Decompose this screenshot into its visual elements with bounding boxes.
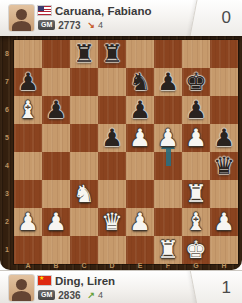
piece-black-pawn: ♟ bbox=[154, 68, 182, 96]
piece-black-queen: ♛ bbox=[210, 152, 238, 180]
square-h7 bbox=[210, 68, 238, 96]
square-h3 bbox=[210, 180, 238, 208]
file-label: B bbox=[42, 263, 70, 270]
piece-white-knight: ♞ bbox=[70, 180, 98, 208]
square-d3 bbox=[98, 180, 126, 208]
square-e5: ♟ bbox=[126, 124, 154, 152]
square-h1 bbox=[210, 236, 238, 264]
piece-white-bishop: ♝ bbox=[14, 96, 42, 124]
piece-white-king: ♚ bbox=[182, 236, 210, 264]
player-bar-bottom[interactable]: ★ Ding, Liren GM 2836 ↗ 4 1 bbox=[0, 270, 242, 303]
square-g1: ♚ bbox=[182, 236, 210, 264]
square-h6 bbox=[210, 96, 238, 124]
piece-white-pawn: ♟ bbox=[154, 124, 182, 152]
rank-label: 3 bbox=[0, 180, 14, 208]
square-d6 bbox=[98, 96, 126, 124]
piece-white-rook: ♜ bbox=[182, 180, 210, 208]
square-b4 bbox=[42, 152, 70, 180]
rank-labels: 87654321 bbox=[0, 40, 14, 264]
rating-change: 4 bbox=[98, 20, 103, 30]
square-e2: ♟ bbox=[126, 208, 154, 236]
flag-canton bbox=[38, 6, 44, 11]
square-g7: ♚ bbox=[182, 68, 210, 96]
square-f1: ♜ bbox=[154, 236, 182, 264]
player-info: Caruana, Fabiano GM 2773 ↘ 4 bbox=[38, 3, 152, 31]
piece-white-queen: ♛ bbox=[98, 208, 126, 236]
player-score: 1 bbox=[222, 278, 231, 298]
score-panel bbox=[189, 0, 242, 37]
file-label: G bbox=[182, 263, 210, 270]
square-b2: ♟ bbox=[42, 208, 70, 236]
piece-white-pawn: ♟ bbox=[42, 208, 70, 236]
piece-black-pawn: ♟ bbox=[210, 124, 238, 152]
square-c4 bbox=[70, 152, 98, 180]
square-d8: ♜ bbox=[98, 40, 126, 68]
piece-black-pawn: ♟ bbox=[182, 96, 210, 124]
square-g3: ♜ bbox=[182, 180, 210, 208]
piece-white-pawn: ♟ bbox=[126, 124, 154, 152]
player-name: Ding, Liren bbox=[55, 275, 115, 287]
piece-white-pawn: ♟ bbox=[14, 208, 42, 236]
square-d5: ♟ bbox=[98, 124, 126, 152]
file-label: A bbox=[14, 263, 42, 270]
rank-label: 8 bbox=[0, 40, 14, 68]
rating-trend-icon: ↘ bbox=[88, 20, 96, 30]
chess-board: ♜♜♟♞♟♚♝♟♟♟♟♟♟♟♟♛♞♜♟♟♛♟♝♟♜♚ bbox=[14, 40, 238, 264]
square-e8 bbox=[126, 40, 154, 68]
rating-trend-icon: ↗ bbox=[88, 290, 96, 300]
player-info: ★ Ding, Liren GM 2836 ↗ 4 bbox=[38, 273, 115, 301]
rank-label: 1 bbox=[0, 236, 14, 264]
square-c3: ♞ bbox=[70, 180, 98, 208]
square-c2 bbox=[70, 208, 98, 236]
piece-black-rook: ♜ bbox=[70, 40, 98, 68]
square-e6: ♟ bbox=[126, 96, 154, 124]
file-label: C bbox=[70, 263, 98, 270]
china-flag-icon: ★ bbox=[38, 276, 51, 285]
us-flag-icon bbox=[38, 6, 51, 15]
square-e3 bbox=[126, 180, 154, 208]
square-c5 bbox=[70, 124, 98, 152]
flag-star: ★ bbox=[39, 276, 44, 281]
player-avatar bbox=[8, 4, 35, 32]
square-h2: ♟ bbox=[210, 208, 238, 236]
square-c6 bbox=[70, 96, 98, 124]
square-g8 bbox=[182, 40, 210, 68]
title-badge: GM bbox=[38, 20, 55, 30]
score-panel bbox=[189, 270, 242, 303]
piece-white-bishop: ♝ bbox=[182, 208, 210, 236]
square-e7: ♞ bbox=[126, 68, 154, 96]
piece-black-knight: ♞ bbox=[126, 68, 154, 96]
rank-label: 6 bbox=[0, 96, 14, 124]
piece-white-pawn: ♟ bbox=[182, 124, 210, 152]
board-frame: 87654321 ♜♜♟♞♟♚♝♟♟♟♟♟♟♟♟♛♞♜♟♟♛♟♝♟♜♚ ABCD… bbox=[0, 36, 242, 270]
square-h8 bbox=[210, 40, 238, 68]
piece-black-pawn: ♟ bbox=[98, 124, 126, 152]
square-b7 bbox=[42, 68, 70, 96]
rating-change: 4 bbox=[98, 290, 103, 300]
square-h4: ♛ bbox=[210, 152, 238, 180]
square-b1 bbox=[42, 236, 70, 264]
square-a3 bbox=[14, 180, 42, 208]
piece-black-king: ♚ bbox=[182, 68, 210, 96]
file-labels: ABCDEFGH bbox=[14, 263, 238, 270]
square-a4 bbox=[14, 152, 42, 180]
square-g5: ♟ bbox=[182, 124, 210, 152]
square-d1 bbox=[98, 236, 126, 264]
square-e1 bbox=[126, 236, 154, 264]
player-avatar bbox=[8, 274, 35, 302]
piece-black-pawn: ♟ bbox=[42, 96, 70, 124]
square-f6 bbox=[154, 96, 182, 124]
piece-black-pawn: ♟ bbox=[126, 96, 154, 124]
square-b6: ♟ bbox=[42, 96, 70, 124]
piece-black-pawn: ♟ bbox=[14, 68, 42, 96]
square-f7: ♟ bbox=[154, 68, 182, 96]
file-label: H bbox=[210, 263, 238, 270]
piece-white-pawn: ♟ bbox=[126, 208, 154, 236]
player-score: 0 bbox=[222, 8, 231, 28]
square-d2: ♛ bbox=[98, 208, 126, 236]
title-badge: GM bbox=[38, 290, 55, 300]
square-a2: ♟ bbox=[14, 208, 42, 236]
square-f3 bbox=[154, 180, 182, 208]
square-f8 bbox=[154, 40, 182, 68]
square-f4 bbox=[154, 152, 182, 180]
square-f2 bbox=[154, 208, 182, 236]
square-a1 bbox=[14, 236, 42, 264]
square-b8 bbox=[42, 40, 70, 68]
square-g2: ♝ bbox=[182, 208, 210, 236]
rank-label: 4 bbox=[0, 152, 14, 180]
chess-broadcast-widget: Caruana, Fabiano GM 2773 ↘ 4 0 87654321 … bbox=[0, 0, 242, 303]
square-c1 bbox=[70, 236, 98, 264]
player-rating: 2836 bbox=[58, 290, 80, 301]
square-c8: ♜ bbox=[70, 40, 98, 68]
square-e4 bbox=[126, 152, 154, 180]
piece-white-pawn: ♟ bbox=[210, 208, 238, 236]
square-b5 bbox=[42, 124, 70, 152]
rank-label: 2 bbox=[0, 208, 14, 236]
square-g4 bbox=[182, 152, 210, 180]
square-h5: ♟ bbox=[210, 124, 238, 152]
rank-label: 5 bbox=[0, 124, 14, 152]
square-c7 bbox=[70, 68, 98, 96]
file-label: E bbox=[126, 263, 154, 270]
square-d4 bbox=[98, 152, 126, 180]
player-name: Caruana, Fabiano bbox=[55, 5, 152, 17]
square-g6: ♟ bbox=[182, 96, 210, 124]
square-f5: ♟ bbox=[154, 124, 182, 152]
square-a5 bbox=[14, 124, 42, 152]
piece-black-rook: ♜ bbox=[98, 40, 126, 68]
square-d7 bbox=[98, 68, 126, 96]
file-label: D bbox=[98, 263, 126, 270]
piece-white-rook: ♜ bbox=[154, 236, 182, 264]
square-b3 bbox=[42, 180, 70, 208]
square-a7: ♟ bbox=[14, 68, 42, 96]
square-a6: ♝ bbox=[14, 96, 42, 124]
player-rating: 2773 bbox=[58, 20, 80, 31]
square-a8 bbox=[14, 40, 42, 68]
rank-label: 7 bbox=[0, 68, 14, 96]
file-label: F bbox=[154, 263, 182, 270]
player-bar-top[interactable]: Caruana, Fabiano GM 2773 ↘ 4 0 bbox=[0, 0, 242, 37]
